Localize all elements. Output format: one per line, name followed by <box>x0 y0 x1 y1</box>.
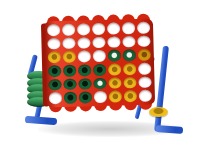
empty-hole <box>138 76 151 88</box>
cell-r6c7[interactable] <box>139 90 152 102</box>
cell-r5c3[interactable] <box>78 78 91 90</box>
cell-r3c4[interactable] <box>93 50 106 62</box>
disc <box>108 50 121 62</box>
board-grid <box>47 22 152 105</box>
right-front-leg <box>154 46 169 132</box>
empty-hole <box>137 35 150 47</box>
cell-r2c1[interactable] <box>47 38 60 50</box>
empty-hole <box>47 24 60 36</box>
disc <box>63 78 76 90</box>
disc <box>93 77 106 89</box>
cell-r5c5[interactable] <box>108 77 121 89</box>
empty-hole <box>107 22 120 34</box>
cell-r5c7[interactable] <box>138 76 151 88</box>
cell-r1c2[interactable] <box>62 24 75 36</box>
left-foot-bar <box>25 116 57 125</box>
cell-r3c7[interactable] <box>138 49 151 61</box>
cell-r6c4[interactable] <box>94 91 107 103</box>
disc <box>93 64 106 76</box>
cell-r4c6[interactable] <box>123 63 136 75</box>
board <box>44 19 155 108</box>
cell-r5c2[interactable] <box>63 78 76 90</box>
disc <box>123 77 136 89</box>
cell-r2c6[interactable] <box>122 36 135 48</box>
empty-hole <box>139 90 152 102</box>
disc <box>78 78 91 90</box>
disc <box>123 63 136 75</box>
empty-hole <box>122 22 135 34</box>
cell-r5c4[interactable] <box>93 77 106 89</box>
cell-r1c5[interactable] <box>107 22 120 34</box>
empty-hole <box>137 22 150 34</box>
empty-hole <box>93 50 106 62</box>
cell-r4c4[interactable] <box>93 64 106 76</box>
cell-r1c3[interactable] <box>77 23 90 35</box>
cell-r2c2[interactable] <box>62 37 75 49</box>
cell-r2c5[interactable] <box>107 36 120 48</box>
cell-r3c2[interactable] <box>63 51 76 63</box>
cell-r4c5[interactable] <box>108 63 121 75</box>
empty-hole <box>62 37 75 49</box>
cell-r6c6[interactable] <box>124 90 137 102</box>
cell-r1c4[interactable] <box>92 23 105 35</box>
empty-hole <box>49 92 62 104</box>
cell-r3c3[interactable] <box>78 51 91 63</box>
empty-hole <box>92 23 105 35</box>
empty-hole <box>78 51 91 63</box>
disc <box>48 79 61 91</box>
cell-r1c7[interactable] <box>137 22 150 34</box>
disc <box>123 49 136 61</box>
empty-hole <box>107 36 120 48</box>
cell-r3c1[interactable] <box>48 51 61 63</box>
empty-hole <box>122 36 135 48</box>
cell-r2c4[interactable] <box>92 36 105 48</box>
disc <box>109 91 122 103</box>
cell-r4c3[interactable] <box>78 64 91 76</box>
cell-r6c1[interactable] <box>49 92 62 104</box>
cell-r6c2[interactable] <box>64 92 77 104</box>
disc <box>48 65 61 77</box>
empty-hole <box>94 91 107 103</box>
disc <box>108 63 121 75</box>
cell-r2c3[interactable] <box>77 37 90 49</box>
disc <box>108 77 121 89</box>
spare-yellow-ring[interactable] <box>149 107 168 117</box>
cell-r3c5[interactable] <box>108 50 121 62</box>
cell-r2c7[interactable] <box>137 35 150 47</box>
empty-hole <box>138 63 151 75</box>
empty-hole <box>47 38 60 50</box>
disc <box>138 49 151 61</box>
disc <box>79 92 92 104</box>
empty-hole <box>62 24 75 36</box>
cell-r4c7[interactable] <box>138 63 151 75</box>
cell-r5c6[interactable] <box>123 77 136 89</box>
disc <box>63 51 76 63</box>
disc <box>124 90 137 102</box>
empty-hole <box>92 36 105 48</box>
disc <box>64 92 77 104</box>
cell-r5c1[interactable] <box>48 79 61 91</box>
product-photo-giant-connect-four <box>0 0 200 149</box>
disc <box>78 64 91 76</box>
cell-r3c6[interactable] <box>123 49 136 61</box>
empty-hole <box>77 37 90 49</box>
cell-r1c6[interactable] <box>122 22 135 34</box>
disc <box>48 51 61 63</box>
cell-r4c2[interactable] <box>63 65 76 77</box>
cell-r6c5[interactable] <box>109 91 122 103</box>
empty-hole <box>77 23 90 35</box>
disc <box>63 65 76 77</box>
cell-r4c1[interactable] <box>48 65 61 77</box>
cell-r1c1[interactable] <box>47 24 60 36</box>
cell-r6c3[interactable] <box>79 92 92 104</box>
